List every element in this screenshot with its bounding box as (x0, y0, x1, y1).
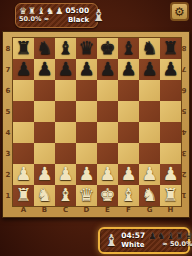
piece-black-knight[interactable]: ♞ (139, 38, 160, 59)
piece-white-queen[interactable]: ♛ (76, 185, 97, 206)
square-d1[interactable]: ♛ (76, 185, 97, 206)
board-grid: ♜♞♝♛♚♝♞♜♟♟♟♟♟♟♟♟♟♟♟♟♟♟♟♟♜♞♝♛♚♝♞♜ (13, 38, 181, 206)
piece-black-queen[interactable]: ♛ (76, 38, 97, 59)
file-label-c: C (55, 205, 76, 216)
piece-black-rook[interactable]: ♜ (13, 38, 34, 59)
white-player-panel: ♝ 04:57 White ♟♞♝♜♛ ≈ 50.0% (98, 227, 190, 254)
white-clock: 04:57 (121, 232, 145, 241)
rank-label-2: 2 (3, 164, 13, 185)
square-e6[interactable] (97, 80, 118, 101)
square-f4[interactable] (118, 122, 139, 143)
square-b2[interactable]: ♟ (34, 164, 55, 185)
square-a6[interactable] (13, 80, 34, 101)
file-label-f: F (118, 205, 139, 216)
square-b6[interactable] (34, 80, 55, 101)
rank-label-4: 4 (3, 122, 13, 143)
gear-icon: ⚙ (174, 6, 185, 18)
white-win-probability: ≈ 50.0% (162, 241, 192, 248)
pawn-icon: ♟ (148, 232, 156, 241)
square-e3[interactable] (97, 143, 118, 164)
piece-black-pawn[interactable]: ♟ (55, 59, 76, 80)
square-f8[interactable]: ♝ (118, 38, 139, 59)
black-player-label: Black (68, 16, 89, 24)
square-b3[interactable] (34, 143, 55, 164)
square-a3[interactable] (13, 143, 34, 164)
square-c4[interactable] (55, 122, 76, 143)
white-clock-block: 04:57 White (121, 232, 145, 249)
bishop-avatar-icon: ♝ (104, 233, 118, 249)
bishop-avatar-icon: ♝ (91, 8, 105, 24)
square-f1[interactable]: ♝ (118, 185, 139, 206)
square-h3[interactable] (160, 143, 181, 164)
piece-black-pawn[interactable]: ♟ (13, 59, 34, 80)
file-label-a: A (13, 205, 34, 216)
file-label-b: B (34, 205, 55, 216)
square-g1[interactable]: ♞ (139, 185, 160, 206)
black-player-panel: ♛♜♝♞♟ 50.0% ≈ 05:00 Black ♝ (15, 3, 98, 28)
piece-black-pawn[interactable]: ♟ (160, 59, 181, 80)
square-g2[interactable]: ♟ (139, 164, 160, 185)
square-h4[interactable] (160, 122, 181, 143)
square-c7[interactable]: ♟ (55, 59, 76, 80)
square-e8[interactable]: ♚ (97, 38, 118, 59)
square-d5[interactable] (76, 101, 97, 122)
black-win-probability: 50.0% ≈ (19, 16, 63, 23)
square-f3[interactable] (118, 143, 139, 164)
piece-white-pawn[interactable]: ♟ (160, 164, 181, 185)
piece-black-knight[interactable]: ♞ (34, 38, 55, 59)
square-a1[interactable]: ♜ (13, 185, 34, 206)
square-h7[interactable]: ♟ (160, 59, 181, 80)
rank-label-6: 6 (3, 80, 13, 101)
square-b1[interactable]: ♞ (34, 185, 55, 206)
square-g5[interactable] (139, 101, 160, 122)
square-f2[interactable]: ♟ (118, 164, 139, 185)
square-a4[interactable] (13, 122, 34, 143)
square-g3[interactable] (139, 143, 160, 164)
piece-black-pawn[interactable]: ♟ (34, 59, 55, 80)
black-captured-block: ♛♜♝♞♟ 50.0% ≈ (19, 7, 63, 23)
square-b4[interactable] (34, 122, 55, 143)
rank-label-7: 7 (3, 59, 13, 80)
rank-label-5: 5 (3, 101, 13, 122)
square-c1[interactable]: ♝ (55, 185, 76, 206)
file-label-h: H (160, 205, 181, 216)
file-labels-bottom: ABCDEFGH (13, 205, 181, 216)
piece-white-bishop[interactable]: ♝ (55, 185, 76, 206)
rank-label-1: 1 (3, 185, 13, 206)
pawn-icon: ♟ (55, 7, 63, 16)
black-clock: 05:00 (65, 7, 89, 16)
chess-board: 87654321 87654321 ♜♞♝♛♚♝♞♜♟♟♟♟♟♟♟♟♟♟♟♟♟♟… (2, 31, 190, 218)
piece-black-bishop[interactable]: ♝ (118, 38, 139, 59)
piece-white-bishop[interactable]: ♝ (118, 185, 139, 206)
square-d7[interactable]: ♟ (76, 59, 97, 80)
square-c2[interactable]: ♟ (55, 164, 76, 185)
square-e1[interactable]: ♚ (97, 185, 118, 206)
square-b5[interactable] (34, 101, 55, 122)
square-a5[interactable] (13, 101, 34, 122)
square-g8[interactable]: ♞ (139, 38, 160, 59)
white-captured-block: ♟♞♝♜♛ ≈ 50.0% (148, 232, 192, 248)
square-d8[interactable]: ♛ (76, 38, 97, 59)
square-h8[interactable]: ♜ (160, 38, 181, 59)
piece-white-pawn[interactable]: ♟ (97, 164, 118, 185)
rank-label-3: 3 (3, 143, 13, 164)
piece-white-knight[interactable]: ♞ (34, 185, 55, 206)
settings-button[interactable]: ⚙ (170, 2, 189, 21)
piece-white-pawn[interactable]: ♟ (118, 164, 139, 185)
white-player-label: White (121, 241, 145, 249)
piece-white-knight[interactable]: ♞ (139, 185, 160, 206)
piece-white-pawn[interactable]: ♟ (55, 164, 76, 185)
piece-white-rook[interactable]: ♜ (13, 185, 34, 206)
square-e4[interactable] (97, 122, 118, 143)
square-f7[interactable]: ♟ (118, 59, 139, 80)
piece-white-pawn[interactable]: ♟ (76, 164, 97, 185)
square-a7[interactable]: ♟ (13, 59, 34, 80)
piece-white-pawn[interactable]: ♟ (13, 164, 34, 185)
square-f6[interactable] (118, 80, 139, 101)
chess-app-screen: ♛♜♝♞♟ 50.0% ≈ 05:00 Black ♝ ⚙ 87654321 8… (0, 0, 192, 256)
piece-black-pawn[interactable]: ♟ (97, 59, 118, 80)
square-c8[interactable]: ♝ (55, 38, 76, 59)
square-h1[interactable]: ♜ (160, 185, 181, 206)
square-d4[interactable] (76, 122, 97, 143)
square-f5[interactable] (118, 101, 139, 122)
square-g7[interactable]: ♟ (139, 59, 160, 80)
piece-black-rook[interactable]: ♜ (160, 38, 181, 59)
square-d2[interactable]: ♟ (76, 164, 97, 185)
piece-white-rook[interactable]: ♜ (160, 185, 181, 206)
square-g6[interactable] (139, 80, 160, 101)
file-label-g: G (139, 205, 160, 216)
rank-label-8: 8 (3, 38, 13, 59)
square-b7[interactable]: ♟ (34, 59, 55, 80)
square-g4[interactable] (139, 122, 160, 143)
square-h5[interactable] (160, 101, 181, 122)
piece-white-pawn[interactable]: ♟ (34, 164, 55, 185)
square-c6[interactable] (55, 80, 76, 101)
piece-white-king[interactable]: ♚ (97, 185, 118, 206)
square-e7[interactable]: ♟ (97, 59, 118, 80)
rank-labels-left: 87654321 (3, 38, 13, 206)
square-a2[interactable]: ♟ (13, 164, 34, 185)
piece-black-pawn[interactable]: ♟ (76, 59, 97, 80)
piece-black-king[interactable]: ♚ (97, 38, 118, 59)
piece-black-bishop[interactable]: ♝ (55, 38, 76, 59)
file-label-d: D (76, 205, 97, 216)
square-d3[interactable] (76, 143, 97, 164)
black-clock-block: 05:00 Black (65, 7, 89, 24)
square-h2[interactable]: ♟ (160, 164, 181, 185)
square-c3[interactable] (55, 143, 76, 164)
square-d6[interactable] (76, 80, 97, 101)
square-b8[interactable]: ♞ (34, 38, 55, 59)
square-e5[interactable] (97, 101, 118, 122)
piece-black-pawn[interactable]: ♟ (139, 59, 160, 80)
square-e2[interactable]: ♟ (97, 164, 118, 185)
square-h6[interactable] (160, 80, 181, 101)
square-c5[interactable] (55, 101, 76, 122)
square-a8[interactable]: ♜ (13, 38, 34, 59)
file-label-e: E (97, 205, 118, 216)
piece-black-pawn[interactable]: ♟ (118, 59, 139, 80)
piece-white-pawn[interactable]: ♟ (139, 164, 160, 185)
